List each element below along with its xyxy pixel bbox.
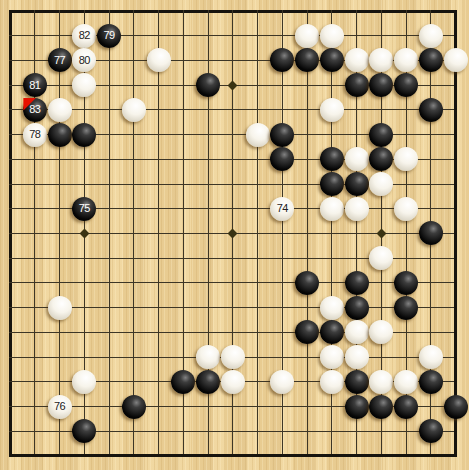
black-stone — [345, 395, 369, 419]
move-number: 75 — [79, 203, 90, 214]
white-stone — [320, 24, 344, 48]
board-point — [344, 48, 369, 73]
black-stone — [369, 73, 393, 97]
white-stone — [369, 370, 393, 394]
white-stone — [394, 197, 418, 221]
black-stone — [345, 296, 369, 320]
stones-layer: 82797780818378757476 — [0, 0, 468, 468]
board-point — [295, 23, 320, 48]
board-point — [319, 295, 344, 320]
black-stone — [196, 73, 220, 97]
board-point — [72, 419, 97, 444]
board-point — [146, 48, 171, 73]
white-stone — [196, 345, 220, 369]
white-stone — [369, 246, 393, 270]
white-stone — [345, 48, 369, 72]
white-stone: 80 — [72, 48, 96, 72]
black-stone — [419, 419, 443, 443]
go-board[interactable]: 82797780818378757476 — [0, 0, 469, 470]
white-stone — [270, 370, 294, 394]
board-point — [369, 246, 394, 271]
black-stone — [394, 395, 418, 419]
black-stone — [320, 147, 344, 171]
board-point — [72, 369, 97, 394]
board-point — [394, 295, 419, 320]
board-point — [220, 345, 245, 370]
board-point — [121, 98, 146, 123]
board-point: 74 — [270, 196, 295, 221]
black-stone — [369, 123, 393, 147]
move-number: 82 — [79, 30, 90, 41]
board-point — [344, 73, 369, 98]
board-point — [418, 98, 443, 123]
black-stone — [394, 271, 418, 295]
white-stone — [320, 370, 344, 394]
black-stone — [444, 395, 468, 419]
board-point — [394, 147, 419, 172]
white-stone — [295, 24, 319, 48]
board-point — [319, 147, 344, 172]
white-stone — [369, 320, 393, 344]
move-number: 83 — [29, 104, 40, 115]
board-point — [319, 369, 344, 394]
white-stone — [147, 48, 171, 72]
black-stone — [345, 271, 369, 295]
board-point — [344, 196, 369, 221]
board-point — [270, 122, 295, 147]
board-point — [369, 369, 394, 394]
board-point — [394, 196, 419, 221]
board-point — [394, 394, 419, 419]
board-point — [270, 48, 295, 73]
move-number: 76 — [54, 401, 65, 412]
white-stone — [419, 24, 443, 48]
board-point — [418, 345, 443, 370]
white-stone — [122, 98, 146, 122]
board-point — [418, 48, 443, 73]
board-point — [270, 147, 295, 172]
board-point — [47, 98, 72, 123]
white-stone — [320, 98, 344, 122]
board-point — [394, 271, 419, 296]
black-stone — [270, 147, 294, 171]
black-stone — [295, 320, 319, 344]
black-stone — [419, 98, 443, 122]
white-stone: 76 — [48, 395, 72, 419]
black-stone — [369, 395, 393, 419]
board-point — [319, 196, 344, 221]
black-stone — [295, 48, 319, 72]
black-stone — [369, 147, 393, 171]
board-point — [394, 369, 419, 394]
black-stone — [171, 370, 195, 394]
board-point — [344, 394, 369, 419]
board-point: 82 — [72, 23, 97, 48]
white-stone — [394, 370, 418, 394]
white-stone — [48, 98, 72, 122]
board-point — [319, 23, 344, 48]
white-stone — [419, 345, 443, 369]
board-point — [394, 73, 419, 98]
black-stone — [394, 73, 418, 97]
board-point — [319, 345, 344, 370]
white-stone — [72, 370, 96, 394]
board-point: 83 — [22, 98, 47, 123]
white-stone — [48, 296, 72, 320]
board-point — [319, 98, 344, 123]
board-point — [369, 320, 394, 345]
board-point — [344, 369, 369, 394]
board-point: 79 — [97, 23, 122, 48]
board-point — [344, 271, 369, 296]
black-stone — [270, 48, 294, 72]
board-point — [344, 147, 369, 172]
board-point — [369, 48, 394, 73]
move-number: 81 — [29, 80, 40, 91]
white-stone — [320, 197, 344, 221]
board-point — [295, 271, 320, 296]
white-stone — [246, 123, 270, 147]
black-stone — [345, 172, 369, 196]
white-stone — [320, 345, 344, 369]
white-stone: 82 — [72, 24, 96, 48]
board-point — [344, 345, 369, 370]
board-point: 76 — [47, 394, 72, 419]
board-point — [196, 369, 221, 394]
board-point — [369, 147, 394, 172]
board-point — [344, 172, 369, 197]
board-point — [344, 320, 369, 345]
white-stone — [444, 48, 468, 72]
board-point — [418, 23, 443, 48]
black-stone — [419, 370, 443, 394]
black-stone — [345, 73, 369, 97]
board-point — [319, 320, 344, 345]
board-point — [418, 369, 443, 394]
black-stone — [320, 48, 344, 72]
board-point — [196, 345, 221, 370]
board-point — [220, 369, 245, 394]
board-point — [295, 48, 320, 73]
white-stone: 74 — [270, 197, 294, 221]
board-point: 75 — [72, 196, 97, 221]
board-point — [344, 295, 369, 320]
board-point — [369, 172, 394, 197]
white-stone — [345, 320, 369, 344]
black-stone — [320, 320, 344, 344]
black-stone — [419, 221, 443, 245]
black-stone: 79 — [97, 24, 121, 48]
black-stone — [270, 123, 294, 147]
black-stone: 77 — [48, 48, 72, 72]
white-stone — [221, 370, 245, 394]
black-stone — [196, 370, 220, 394]
board-point — [270, 369, 295, 394]
board-point — [394, 48, 419, 73]
board-point — [418, 221, 443, 246]
white-stone — [394, 48, 418, 72]
black-stone — [295, 271, 319, 295]
board-point — [369, 73, 394, 98]
white-stone — [320, 296, 344, 320]
white-stone — [394, 147, 418, 171]
black-stone: 75 — [72, 197, 96, 221]
move-number: 79 — [103, 30, 114, 41]
board-point — [319, 172, 344, 197]
board-point — [72, 122, 97, 147]
board-point: 78 — [22, 122, 47, 147]
black-stone: 81 — [23, 73, 47, 97]
black-stone — [394, 296, 418, 320]
move-number: 77 — [54, 55, 65, 66]
move-number: 78 — [29, 129, 40, 140]
board-point — [245, 122, 270, 147]
white-stone — [369, 48, 393, 72]
move-number: 74 — [277, 203, 288, 214]
white-stone: 78 — [23, 123, 47, 147]
black-stone — [320, 172, 344, 196]
board-point: 81 — [22, 73, 47, 98]
white-stone — [345, 147, 369, 171]
white-stone — [345, 345, 369, 369]
black-stone — [72, 123, 96, 147]
board-point — [369, 394, 394, 419]
board-point: 80 — [72, 48, 97, 73]
white-stone — [221, 345, 245, 369]
board-point — [196, 73, 221, 98]
black-stone — [345, 370, 369, 394]
board-point — [319, 48, 344, 73]
board-point — [443, 48, 468, 73]
board-point — [171, 369, 196, 394]
board-point — [418, 419, 443, 444]
black-stone — [48, 123, 72, 147]
black-stone — [419, 48, 443, 72]
white-stone — [72, 73, 96, 97]
board-point — [121, 394, 146, 419]
board-point — [369, 122, 394, 147]
black-stone — [72, 419, 96, 443]
white-stone — [369, 172, 393, 196]
board-point — [72, 73, 97, 98]
board-point — [443, 394, 468, 419]
board-point — [47, 295, 72, 320]
move-number: 80 — [79, 55, 90, 66]
board-point — [47, 122, 72, 147]
black-stone — [122, 395, 146, 419]
board-point — [295, 320, 320, 345]
white-stone — [345, 197, 369, 221]
board-point: 77 — [47, 48, 72, 73]
